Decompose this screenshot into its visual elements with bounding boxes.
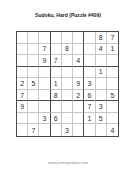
cell-r4c5 xyxy=(62,67,73,79)
cell-r7c2 xyxy=(28,101,39,113)
cell-r7c3 xyxy=(39,101,50,113)
cell-r8c6 xyxy=(73,113,84,125)
cell-r4c3 xyxy=(39,67,50,79)
cell-r2c2 xyxy=(28,44,39,56)
footer-url: www.printmysudoku.com xyxy=(37,161,98,165)
cell-r1c7 xyxy=(84,32,95,44)
cell-r8c4: 6 xyxy=(51,113,62,125)
cell-r5c3 xyxy=(39,78,50,90)
cell-r5c5 xyxy=(62,78,73,90)
cell-r9c6 xyxy=(73,124,84,136)
cell-r2c5: 8 xyxy=(62,44,73,56)
cell-r7c1: 9 xyxy=(17,101,28,113)
cell-r2c1 xyxy=(17,44,28,56)
cell-r4c1 xyxy=(17,67,28,79)
cell-r6c8 xyxy=(96,90,107,102)
cell-r7c5 xyxy=(62,101,73,113)
cell-r7c6 xyxy=(73,101,84,113)
cell-r3c1 xyxy=(17,55,28,67)
cell-r8c5 xyxy=(62,113,73,125)
cell-r7c9 xyxy=(107,101,118,113)
cell-r3c2 xyxy=(28,55,39,67)
cell-r9c1 xyxy=(17,124,28,136)
cell-r6c9: 5 xyxy=(107,90,118,102)
cell-r5c6: 9 xyxy=(73,78,84,90)
cell-r2c3: 7 xyxy=(39,44,50,56)
cell-r9c8 xyxy=(96,124,107,136)
cell-r4c2 xyxy=(28,67,39,79)
cell-r5c1: 2 xyxy=(17,78,28,90)
cell-r9c4 xyxy=(51,124,62,136)
cell-r5c2: 5 xyxy=(28,78,39,90)
cell-r1c5 xyxy=(62,32,73,44)
cell-r8c2 xyxy=(28,113,39,125)
cell-r1c3 xyxy=(39,32,50,44)
cell-r6c7: 6 xyxy=(84,90,95,102)
cell-r1c1 xyxy=(17,32,28,44)
cell-r8c9 xyxy=(107,113,118,125)
cell-r9c3 xyxy=(39,124,50,136)
cell-r6c3 xyxy=(39,90,50,102)
cell-r2c4 xyxy=(51,44,62,56)
cell-r8c7: 1 xyxy=(84,113,95,125)
cell-r6c5 xyxy=(62,90,73,102)
cell-r2c7 xyxy=(84,44,95,56)
cell-r5c9 xyxy=(107,78,118,90)
cell-r8c8: 5 xyxy=(96,113,107,125)
cell-r9c5: 3 xyxy=(62,124,73,136)
cell-r9c2: 7 xyxy=(28,124,39,136)
cell-r3c7 xyxy=(84,55,95,67)
cell-r3c9 xyxy=(107,55,118,67)
cell-r6c4: 8 xyxy=(51,90,62,102)
cell-r2c6 xyxy=(73,44,84,56)
cell-r4c6 xyxy=(73,67,84,79)
cell-r1c2 xyxy=(28,32,39,44)
cell-r3c6: 4 xyxy=(73,55,84,67)
cell-r2c9: 1 xyxy=(107,44,118,56)
cell-r5c4: 1 xyxy=(51,78,62,90)
sudoku-grid: 877841974125193782659733615734 xyxy=(16,31,119,137)
cell-r1c9: 7 xyxy=(107,32,118,44)
cell-r9c7 xyxy=(84,124,95,136)
cell-r6c2 xyxy=(28,90,39,102)
cell-r5c8 xyxy=(96,78,107,90)
cell-r6c6: 2 xyxy=(73,90,84,102)
cell-r4c9 xyxy=(107,67,118,79)
cell-r3c8 xyxy=(96,55,107,67)
cell-r3c3: 9 xyxy=(39,55,50,67)
page-title: Sudoku, Hard (Puzzle #409) xyxy=(30,13,106,18)
cell-r3c4: 7 xyxy=(51,55,62,67)
cell-r7c7: 7 xyxy=(84,101,95,113)
cell-r1c4 xyxy=(51,32,62,44)
cell-r5c7: 3 xyxy=(84,78,95,90)
cell-r8c3: 3 xyxy=(39,113,50,125)
cell-r8c1 xyxy=(17,113,28,125)
cell-r4c7 xyxy=(84,67,95,79)
cell-r1c8: 8 xyxy=(96,32,107,44)
cell-r4c8: 1 xyxy=(96,67,107,79)
cell-r7c4 xyxy=(51,101,62,113)
cell-r1c6 xyxy=(73,32,84,44)
cell-r9c9: 4 xyxy=(107,124,118,136)
cell-r2c8: 4 xyxy=(96,44,107,56)
cell-r3c5 xyxy=(62,55,73,67)
cell-r4c4 xyxy=(51,67,62,79)
cell-r6c1: 7 xyxy=(17,90,28,102)
cell-r7c8: 3 xyxy=(96,101,107,113)
